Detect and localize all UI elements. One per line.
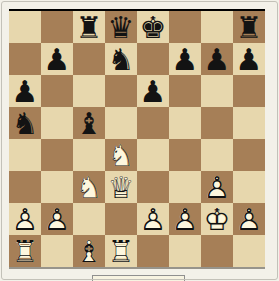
square-f5[interactable]	[169, 107, 201, 139]
window-frame: ♜♛♚♜♟♞♟♟♟♟♟♞♝♞♘♞♘♛♕♟♙♟♙♟♙♟♙♟♙♚♔♟♙♜♖♝♗♜♖	[0, 0, 279, 281]
square-a6[interactable]: ♟	[9, 75, 41, 107]
white-knight: ♞♘	[73, 171, 105, 203]
square-h7[interactable]: ♟	[233, 43, 265, 75]
square-b2[interactable]: ♟♙	[41, 203, 73, 235]
square-g2[interactable]: ♚♔	[201, 203, 233, 235]
square-h8[interactable]: ♜	[233, 11, 265, 43]
square-c6[interactable]	[73, 75, 105, 107]
white-pawn: ♟♙	[137, 203, 169, 235]
square-c8[interactable]: ♜	[73, 11, 105, 43]
square-b6[interactable]	[41, 75, 73, 107]
square-b3[interactable]	[41, 171, 73, 203]
white-pawn: ♟♙	[9, 203, 41, 235]
black-knight: ♞	[9, 107, 41, 139]
square-c4[interactable]	[73, 139, 105, 171]
square-c7[interactable]	[73, 43, 105, 75]
square-e1[interactable]	[137, 235, 169, 267]
black-king: ♚	[137, 11, 169, 43]
black-pawn: ♟	[233, 43, 265, 75]
square-d1[interactable]: ♜♖	[105, 235, 137, 267]
square-b5[interactable]	[41, 107, 73, 139]
square-b1[interactable]	[41, 235, 73, 267]
square-b4[interactable]	[41, 139, 73, 171]
black-pawn: ♟	[137, 75, 169, 107]
square-d4[interactable]: ♞♘	[105, 139, 137, 171]
partial-bottom-control[interactable]	[92, 275, 185, 281]
white-king: ♚♔	[201, 203, 233, 235]
square-a8[interactable]	[9, 11, 41, 43]
square-e3[interactable]	[137, 171, 169, 203]
black-pawn: ♟	[201, 43, 233, 75]
square-f7[interactable]: ♟	[169, 43, 201, 75]
black-pawn: ♟	[9, 75, 41, 107]
square-d6[interactable]	[105, 75, 137, 107]
black-pawn: ♟	[169, 43, 201, 75]
square-f4[interactable]	[169, 139, 201, 171]
square-a2[interactable]: ♟♙	[9, 203, 41, 235]
square-b7[interactable]: ♟	[41, 43, 73, 75]
square-c5[interactable]: ♝	[73, 107, 105, 139]
square-f6[interactable]	[169, 75, 201, 107]
black-rook: ♜	[73, 11, 105, 43]
square-h4[interactable]	[233, 139, 265, 171]
square-g4[interactable]	[201, 139, 233, 171]
square-f3[interactable]	[169, 171, 201, 203]
square-c3[interactable]: ♞♘	[73, 171, 105, 203]
square-a5[interactable]: ♞	[9, 107, 41, 139]
square-d2[interactable]	[105, 203, 137, 235]
white-knight: ♞♘	[105, 139, 137, 171]
square-f8[interactable]	[169, 11, 201, 43]
square-g3[interactable]: ♟♙	[201, 171, 233, 203]
square-a4[interactable]	[9, 139, 41, 171]
square-g8[interactable]	[201, 11, 233, 43]
square-e2[interactable]: ♟♙	[137, 203, 169, 235]
square-f2[interactable]: ♟♙	[169, 203, 201, 235]
square-g6[interactable]	[201, 75, 233, 107]
square-f1[interactable]	[169, 235, 201, 267]
square-h1[interactable]	[233, 235, 265, 267]
square-h6[interactable]	[233, 75, 265, 107]
white-pawn: ♟♙	[41, 203, 73, 235]
black-queen: ♛	[105, 11, 137, 43]
square-e7[interactable]	[137, 43, 169, 75]
white-pawn: ♟♙	[233, 203, 265, 235]
square-d3[interactable]: ♛♕	[105, 171, 137, 203]
square-c2[interactable]	[73, 203, 105, 235]
square-a3[interactable]	[9, 171, 41, 203]
square-d8[interactable]: ♛	[105, 11, 137, 43]
square-d5[interactable]	[105, 107, 137, 139]
black-rook: ♜	[233, 11, 265, 43]
square-b8[interactable]	[41, 11, 73, 43]
square-g1[interactable]	[201, 235, 233, 267]
white-rook: ♜♖	[9, 235, 41, 267]
square-c1[interactable]: ♝♗	[73, 235, 105, 267]
square-d7[interactable]: ♞	[105, 43, 137, 75]
square-e6[interactable]: ♟	[137, 75, 169, 107]
square-a1[interactable]: ♜♖	[9, 235, 41, 267]
white-pawn: ♟♙	[201, 171, 233, 203]
square-a7[interactable]	[9, 43, 41, 75]
black-knight: ♞	[105, 43, 137, 75]
square-h3[interactable]	[233, 171, 265, 203]
square-e5[interactable]	[137, 107, 169, 139]
square-h2[interactable]: ♟♙	[233, 203, 265, 235]
white-rook: ♜♖	[105, 235, 137, 267]
square-g7[interactable]: ♟	[201, 43, 233, 75]
square-e4[interactable]	[137, 139, 169, 171]
white-pawn: ♟♙	[169, 203, 201, 235]
square-h5[interactable]	[233, 107, 265, 139]
chess-board: ♜♛♚♜♟♞♟♟♟♟♟♞♝♞♘♞♘♛♕♟♙♟♙♟♙♟♙♟♙♚♔♟♙♜♖♝♗♜♖	[9, 9, 265, 269]
white-queen: ♛♕	[105, 171, 137, 203]
square-e8[interactable]: ♚	[137, 11, 169, 43]
white-bishop: ♝♗	[73, 235, 105, 267]
black-bishop: ♝	[73, 107, 105, 139]
black-pawn: ♟	[41, 43, 73, 75]
square-g5[interactable]	[201, 107, 233, 139]
